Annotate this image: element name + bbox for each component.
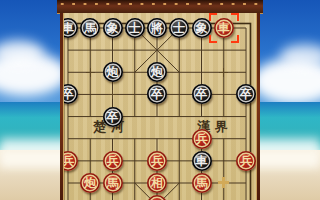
piece-red-soldier[interactable]: 兵 <box>236 151 256 171</box>
point-marker <box>108 90 117 99</box>
piece-glyph: 馬 <box>196 176 208 188</box>
screenshot: 楚河 漢界 車馬象士將士象車炮炮卒卒卒卒卒兵兵兵兵車兵炮馬相馬 <box>0 0 320 200</box>
board-top-frame <box>57 0 263 14</box>
piece-glyph: 兵 <box>107 154 119 166</box>
piece-black-advisor[interactable]: 士 <box>125 18 145 38</box>
piece-glyph: 炮 <box>107 66 119 78</box>
piece-black-general[interactable]: 將 <box>147 18 167 38</box>
piece-black-soldier[interactable]: 卒 <box>192 84 212 104</box>
piece-red-horse[interactable]: 馬 <box>192 173 212 193</box>
piece-glyph: 士 <box>173 21 185 33</box>
piece-glyph: 卒 <box>107 110 119 122</box>
piece-glyph: 卒 <box>196 88 208 100</box>
board-right-edge <box>256 13 260 200</box>
piece-glyph: 馬 <box>84 21 96 33</box>
piece-red-cannon[interactable]: 炮 <box>80 173 100 193</box>
piece-glyph: 卒 <box>151 88 163 100</box>
piece-glyph: 車 <box>218 21 230 33</box>
piece-glyph: 馬 <box>107 176 119 188</box>
selection-bracket <box>231 35 239 43</box>
piece-black-soldier[interactable]: 卒 <box>236 84 256 104</box>
piece-glyph: 象 <box>107 21 119 33</box>
piece-red-soldier[interactable]: 兵 <box>192 129 212 149</box>
piece-black-soldier[interactable]: 卒 <box>147 84 167 104</box>
piece-glyph: 車 <box>196 154 208 166</box>
piece-glyph: 兵 <box>196 132 208 144</box>
piece-glyph: 士 <box>129 21 141 33</box>
piece-red-elephant[interactable]: 相 <box>147 173 167 193</box>
piece-grid: 車馬象士將士象車炮炮卒卒卒卒卒兵兵兵兵車兵炮馬相馬 <box>60 17 257 200</box>
board-left-edge <box>60 13 64 200</box>
selection-bracket <box>209 35 217 43</box>
piece-glyph: 兵 <box>240 154 252 166</box>
piece-red-horse[interactable]: 馬 <box>103 173 123 193</box>
piece-black-cannon[interactable]: 炮 <box>103 62 123 82</box>
selection-bracket <box>231 13 239 21</box>
piece-red-soldier[interactable]: 兵 <box>103 151 123 171</box>
piece-red-soldier[interactable]: 兵 <box>147 151 167 171</box>
piece-glyph: 兵 <box>151 154 163 166</box>
piece-glyph: 將 <box>151 21 163 33</box>
piece-black-elephant[interactable]: 象 <box>103 18 123 38</box>
piece-glyph: 象 <box>196 21 208 33</box>
move-origin-marker <box>218 177 229 188</box>
point-marker <box>219 68 228 77</box>
piece-black-horse[interactable]: 馬 <box>80 18 100 38</box>
selection-bracket <box>209 13 217 21</box>
piece-glyph: 卒 <box>240 88 252 100</box>
piece-black-advisor[interactable]: 士 <box>169 18 189 38</box>
piece-black-chariot[interactable]: 車 <box>192 151 212 171</box>
piece-red-piece-partial[interactable] <box>147 195 167 200</box>
piece-red-chariot[interactable]: 車 <box>214 18 234 38</box>
piece-glyph: 炮 <box>151 66 163 78</box>
point-marker <box>86 68 95 77</box>
piece-glyph: 相 <box>151 176 163 188</box>
xiangqi-board[interactable]: 楚河 漢界 車馬象士將士象車炮炮卒卒卒卒卒兵兵兵兵車兵炮馬相馬 <box>60 13 260 200</box>
piece-black-soldier[interactable]: 卒 <box>103 107 123 127</box>
piece-glyph: 炮 <box>84 176 96 188</box>
piece-black-cannon[interactable]: 炮 <box>147 62 167 82</box>
